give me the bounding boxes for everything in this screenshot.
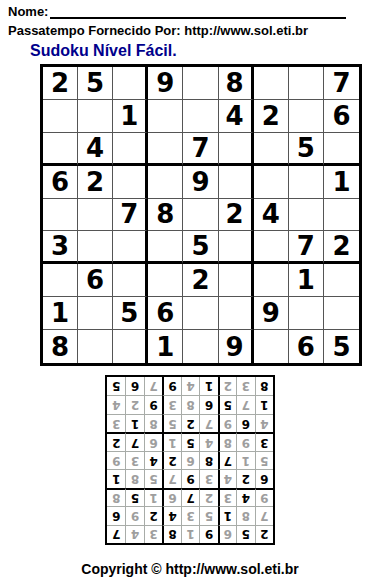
puzzle-cell-r5c1 xyxy=(43,199,78,232)
puzzle-cell-r1c4: 9 xyxy=(148,67,183,100)
puzzle-cell-r9c3 xyxy=(113,330,148,363)
solution-cell-r2c6: 4 xyxy=(162,506,180,524)
solution-cell-r1c8: 4 xyxy=(125,525,143,543)
puzzle-cell-r6c3 xyxy=(113,231,148,264)
puzzle-cell-r3c8: 5 xyxy=(289,133,324,166)
solution-cell-r1c3: 6 xyxy=(218,525,236,543)
solution-cell-r1c1: 2 xyxy=(255,525,273,543)
puzzle-cell-r4c9: 1 xyxy=(324,166,359,199)
name-row: Nome: xyxy=(0,0,380,19)
solution-cell-r4c6: 7 xyxy=(162,469,180,487)
puzzle-cell-r2c6: 4 xyxy=(219,100,254,133)
solution-cell-r1c4: 9 xyxy=(199,525,217,543)
puzzle-cell-r7c1 xyxy=(43,264,78,297)
solution-cell-r4c9: 1 xyxy=(107,469,125,487)
puzzle-cell-r7c3 xyxy=(113,264,148,297)
puzzle-cell-r2c9: 6 xyxy=(324,100,359,133)
solution-cell-r9c7: 7 xyxy=(144,377,162,395)
puzzle-cell-r5c9 xyxy=(324,199,359,232)
provider-line: Passatempo Fornecido Por: http://www.sol… xyxy=(0,19,380,38)
puzzle-cell-r2c2 xyxy=(78,100,113,133)
solution-cell-r3c8: 5 xyxy=(125,488,143,506)
solution-cell-r2c1: 7 xyxy=(255,506,273,524)
solution-cell-r2c3: 1 xyxy=(218,506,236,524)
solution-cell-r6c9: 2 xyxy=(107,432,125,450)
solution-cell-r3c1: 9 xyxy=(255,488,273,506)
solution-cell-r3c3: 3 xyxy=(218,488,236,506)
puzzle-cell-r4c2: 2 xyxy=(78,166,113,199)
solution-cell-r5c5: 6 xyxy=(181,451,199,469)
solution-cell-r6c2: 9 xyxy=(236,432,254,450)
solution-cell-r8c3: 5 xyxy=(218,395,236,413)
puzzle-cell-r9c8: 6 xyxy=(289,330,324,363)
puzzle-cell-r9c1: 8 xyxy=(43,330,78,363)
solution-cell-r5c6: 2 xyxy=(162,451,180,469)
solution-cell-r7c3: 9 xyxy=(218,414,236,432)
puzzle-cell-r6c2 xyxy=(78,231,113,264)
solution-cell-r3c2: 4 xyxy=(236,488,254,506)
puzzle-cell-r3c7 xyxy=(254,133,289,166)
solution-cell-r2c8: 9 xyxy=(125,506,143,524)
solution-cell-r5c9: 9 xyxy=(107,451,125,469)
puzzle-cell-r7c5: 2 xyxy=(183,264,218,297)
puzzle-cell-r1c1: 2 xyxy=(43,67,78,100)
puzzle-cell-r8c7: 9 xyxy=(254,297,289,330)
solution-cell-r5c2: 1 xyxy=(236,451,254,469)
solution-cell-r1c2: 5 xyxy=(236,525,254,543)
solution-cell-r1c9: 7 xyxy=(107,525,125,543)
solution-cell-r5c1: 5 xyxy=(255,451,273,469)
solution-cell-r2c2: 8 xyxy=(236,506,254,524)
puzzle-cell-r9c6: 9 xyxy=(219,330,254,363)
solution-cell-r5c8: 3 xyxy=(125,451,143,469)
puzzle-cell-r4c5: 9 xyxy=(183,166,218,199)
solution-cell-r7c7: 8 xyxy=(144,414,162,432)
solution-cell-r9c9: 5 xyxy=(107,377,125,395)
solution-cell-r8c4: 6 xyxy=(199,395,217,413)
puzzle-cell-r5c6: 2 xyxy=(219,199,254,232)
puzzle-cell-r7c8: 1 xyxy=(289,264,324,297)
puzzle-cell-r3c5: 7 xyxy=(183,133,218,166)
puzzle-cell-r1c9: 7 xyxy=(324,67,359,100)
puzzle-cell-r3c1 xyxy=(43,133,78,166)
solution-cell-r7c5: 2 xyxy=(181,414,199,432)
puzzle-cell-r7c2: 6 xyxy=(78,264,113,297)
puzzle-cell-r8c6 xyxy=(219,297,254,330)
puzzle-cell-r1c6: 8 xyxy=(219,67,254,100)
puzzle-cell-r2c7: 2 xyxy=(254,100,289,133)
solution-cell-r6c3: 8 xyxy=(218,432,236,450)
solution-cell-r8c8: 2 xyxy=(125,395,143,413)
puzzle-cell-r5c5 xyxy=(183,199,218,232)
puzzle-cell-r2c8 xyxy=(289,100,324,133)
puzzle-cell-r8c3: 5 xyxy=(113,297,148,330)
solution-cell-r6c7: 6 xyxy=(144,432,162,450)
solution-cell-r9c8: 6 xyxy=(125,377,143,395)
puzzle-cell-r1c3 xyxy=(113,67,148,100)
puzzle-cell-r2c5 xyxy=(183,100,218,133)
solution-cell-r4c7: 5 xyxy=(144,469,162,487)
solution-cell-r6c4: 4 xyxy=(199,432,217,450)
puzzle-cell-r5c4: 8 xyxy=(148,199,183,232)
puzzle-cell-r4c1: 6 xyxy=(43,166,78,199)
solution-cell-r7c4: 7 xyxy=(199,414,217,432)
solution-cell-r8c1: 1 xyxy=(255,395,273,413)
puzzle-cell-r3c6 xyxy=(219,133,254,166)
puzzle-cell-r4c4 xyxy=(148,166,183,199)
solution-cell-r1c6: 8 xyxy=(162,525,180,543)
puzzle-cell-r8c1: 1 xyxy=(43,297,78,330)
solution-cell-r6c8: 7 xyxy=(125,432,143,450)
puzzle-cell-r4c7 xyxy=(254,166,289,199)
solution-cell-r8c9: 4 xyxy=(107,395,125,413)
solution-cell-r9c6: 9 xyxy=(162,377,180,395)
puzzle-cell-r5c7: 4 xyxy=(254,199,289,232)
name-blank-line xyxy=(50,5,346,19)
puzzle-cell-r3c2: 4 xyxy=(78,133,113,166)
solution-cell-r6c1: 3 xyxy=(255,432,273,450)
name-label: Nome: xyxy=(8,5,48,19)
puzzle-cell-r6c8: 7 xyxy=(289,231,324,264)
copyright-line: Copyright © http://www.sol.eti.br xyxy=(0,561,380,577)
solution-cell-r5c3: 7 xyxy=(218,451,236,469)
solution-cell-r5c4: 8 xyxy=(199,451,217,469)
puzzle-cell-r7c9 xyxy=(324,264,359,297)
puzzle-cell-r9c7 xyxy=(254,330,289,363)
puzzle-cell-r9c4: 1 xyxy=(148,330,183,363)
solution-cell-r4c5: 9 xyxy=(181,469,199,487)
puzzle-cell-r6c5: 5 xyxy=(183,231,218,264)
puzzle-cell-r9c2 xyxy=(78,330,113,363)
puzzle-cell-r6c1: 3 xyxy=(43,231,78,264)
solution-cell-r9c1: 8 xyxy=(255,377,273,395)
solution-cell-r2c7: 2 xyxy=(144,506,162,524)
solution-cell-r2c9: 6 xyxy=(107,506,125,524)
puzzle-cell-r6c4 xyxy=(148,231,183,264)
puzzle-cell-r5c8 xyxy=(289,199,324,232)
puzzle-cell-r2c4 xyxy=(148,100,183,133)
puzzle-cell-r6c6 xyxy=(219,231,254,264)
puzzle-cell-r5c2 xyxy=(78,199,113,232)
puzzle-cell-r1c5 xyxy=(183,67,218,100)
solution-cell-r8c5: 8 xyxy=(181,395,199,413)
solution-cell-r3c7: 1 xyxy=(144,488,162,506)
puzzle-cell-r8c9 xyxy=(324,297,359,330)
puzzle-cell-r7c6 xyxy=(219,264,254,297)
puzzle-cell-r9c5 xyxy=(183,330,218,363)
solution-cell-r7c9: 3 xyxy=(107,414,125,432)
puzzle-cell-r1c7 xyxy=(254,67,289,100)
solution-cell-r9c3: 2 xyxy=(218,377,236,395)
sudoku-solution-grid-rotated: 2569183477815342969432761586243975815178… xyxy=(105,375,275,545)
puzzle-cell-r2c3: 1 xyxy=(113,100,148,133)
solution-cell-r4c8: 8 xyxy=(125,469,143,487)
solution-cell-r3c5: 7 xyxy=(181,488,199,506)
solution-cell-r5c7: 4 xyxy=(144,451,162,469)
puzzle-cell-r4c6 xyxy=(219,166,254,199)
puzzle-cell-r6c7 xyxy=(254,231,289,264)
solution-cell-r3c4: 2 xyxy=(199,488,217,506)
puzzle-cell-r1c2: 5 xyxy=(78,67,113,100)
solution-cell-r8c7: 9 xyxy=(144,395,162,413)
solution-cell-r2c4: 5 xyxy=(199,506,217,524)
puzzle-cell-r5c3: 7 xyxy=(113,199,148,232)
puzzle-cell-r2c1 xyxy=(43,100,78,133)
puzzle-cell-r8c5 xyxy=(183,297,218,330)
solution-cell-r8c6: 3 xyxy=(162,395,180,413)
solution-cell-r6c6: 1 xyxy=(162,432,180,450)
solution-cell-r7c8: 1 xyxy=(125,414,143,432)
puzzle-cell-r8c8 xyxy=(289,297,324,330)
puzzle-cell-r8c4: 6 xyxy=(148,297,183,330)
solution-cell-r4c1: 6 xyxy=(255,469,273,487)
puzzle-cell-r3c9 xyxy=(324,133,359,166)
solution-cell-r3c6: 6 xyxy=(162,488,180,506)
puzzle-cell-r9c9: 5 xyxy=(324,330,359,363)
solution-cell-r8c2: 7 xyxy=(236,395,254,413)
solution-cell-r4c3: 4 xyxy=(218,469,236,487)
solution-cell-r7c6: 5 xyxy=(162,414,180,432)
puzzle-cell-r3c4 xyxy=(148,133,183,166)
puzzle-cell-r7c7 xyxy=(254,264,289,297)
printable-sudoku-page: Nome: Passatempo Fornecido Por: http://w… xyxy=(0,0,380,585)
solution-cell-r9c4: 1 xyxy=(199,377,217,395)
solution-cell-r7c1: 4 xyxy=(255,414,273,432)
puzzle-cell-r6c9: 2 xyxy=(324,231,359,264)
solution-cell-r7c2: 6 xyxy=(236,414,254,432)
solution-cell-r9c2: 3 xyxy=(236,377,254,395)
puzzle-cell-r1c8 xyxy=(289,67,324,100)
puzzle-cell-r3c3 xyxy=(113,133,148,166)
solution-cell-r4c4: 3 xyxy=(199,469,217,487)
solution-cell-r4c2: 2 xyxy=(236,469,254,487)
solution-cell-r2c5: 3 xyxy=(181,506,199,524)
puzzle-cell-r8c2 xyxy=(78,297,113,330)
solution-cell-r6c5: 5 xyxy=(181,432,199,450)
sudoku-puzzle-grid: 259871426475629178243572621156981965 xyxy=(40,64,362,366)
solution-cell-r1c5: 1 xyxy=(181,525,199,543)
page-title: Sudoku Nível Fácil. xyxy=(0,38,380,60)
puzzle-cell-r4c3 xyxy=(113,166,148,199)
puzzle-cell-r7c4 xyxy=(148,264,183,297)
puzzle-cell-r4c8 xyxy=(289,166,324,199)
solution-cell-r3c9: 8 xyxy=(107,488,125,506)
solution-cell-r1c7: 3 xyxy=(144,525,162,543)
solution-cell-r9c5: 4 xyxy=(181,377,199,395)
